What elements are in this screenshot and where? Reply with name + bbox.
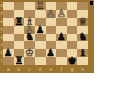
rank-label-5: 5 [0, 26, 3, 34]
piece-wP-f7[interactable]: ♙ [57, 10, 66, 18]
rank-label-4: 4 [0, 34, 3, 42]
piece-bP-f4[interactable]: ♟ [57, 33, 66, 41]
rank-labels: 87654321 [0, 2, 3, 65]
file-label-e: e [46, 65, 57, 73]
square-f2[interactable] [56, 49, 67, 57]
file-label-b: b [14, 65, 25, 73]
square-d2[interactable] [35, 49, 46, 57]
square-h1[interactable] [77, 57, 88, 65]
square-e7[interactable]: ♙ [46, 10, 57, 18]
rank-label-6: 6 [0, 18, 3, 26]
square-a5[interactable] [3, 26, 14, 34]
square-c4[interactable]: ♞ [24, 34, 35, 42]
square-a1[interactable] [3, 57, 14, 65]
piece-wQ-h6[interactable]: ♕ [78, 18, 87, 26]
square-d7[interactable] [35, 10, 46, 18]
board-grid: ♖♙♙♜♗♕♙♟♞♟♞♟♔♟♝♜♚ [3, 2, 88, 65]
square-a7[interactable] [3, 10, 14, 18]
piece-bN-c4[interactable]: ♞ [25, 33, 34, 41]
square-e2[interactable]: ♟ [46, 49, 57, 57]
piece-bR-b1[interactable]: ♜ [14, 57, 23, 65]
square-b1[interactable]: ♜ [14, 57, 25, 65]
square-f3[interactable] [56, 41, 67, 49]
square-a4[interactable] [3, 34, 14, 42]
file-label-h: h [77, 65, 88, 73]
piece-bB-h2[interactable]: ♝ [78, 49, 87, 57]
file-labels: abcdefgh [3, 65, 88, 73]
square-h8[interactable] [77, 2, 88, 10]
square-a8[interactable] [3, 2, 14, 10]
square-e4[interactable] [46, 34, 57, 42]
square-d3[interactable] [35, 41, 46, 49]
piece-bP-d5[interactable]: ♟ [36, 26, 45, 34]
square-h6[interactable]: ♕ [77, 18, 88, 26]
square-d8[interactable]: ♖ [35, 2, 46, 10]
square-h2[interactable]: ♝ [77, 49, 88, 57]
file-label-c: c [24, 65, 35, 73]
square-e1[interactable] [46, 57, 57, 65]
square-b3[interactable] [14, 41, 25, 49]
black-to-move-indicator [90, 1, 93, 5]
rank-label-7: 7 [0, 10, 3, 18]
square-f4[interactable]: ♟ [56, 34, 67, 42]
rank-label-1: 1 [0, 57, 3, 65]
chess-board: ♖♙♙♜♗♕♙♟♞♟♞♟♔♟♝♜♚ abcdefgh 87654321 [0, 0, 94, 73]
piece-wK-c2[interactable]: ♔ [25, 49, 34, 57]
square-h4[interactable]: ♞ [77, 34, 88, 42]
square-g7[interactable] [67, 10, 78, 18]
square-a6[interactable] [3, 18, 14, 26]
piece-bP-e2[interactable]: ♟ [46, 49, 55, 57]
square-d1[interactable] [35, 57, 46, 65]
file-label-a: a [3, 65, 14, 73]
piece-bK-g1[interactable]: ♚ [68, 57, 77, 65]
square-b8[interactable] [14, 2, 25, 10]
file-label-f: f [56, 65, 67, 73]
page: ♖♙♙♜♗♕♙♟♞♟♞♟♔♟♝♜♚ abcdefgh 87654321 [0, 0, 125, 93]
piece-bR-b6[interactable]: ♜ [14, 18, 23, 26]
square-c8[interactable] [24, 2, 35, 10]
rank-label-8: 8 [0, 2, 3, 10]
square-f7[interactable]: ♙ [56, 10, 67, 18]
square-g5[interactable] [67, 26, 78, 34]
piece-wP-e7[interactable]: ♙ [46, 10, 55, 18]
square-g6[interactable] [67, 18, 78, 26]
square-g4[interactable] [67, 34, 78, 42]
square-b4[interactable] [14, 34, 25, 42]
rank-label-3: 3 [0, 41, 3, 49]
rank-label-2: 2 [0, 49, 3, 57]
square-g3[interactable] [67, 41, 78, 49]
piece-bN-h4[interactable]: ♞ [78, 33, 87, 41]
square-g1[interactable]: ♚ [67, 57, 78, 65]
piece-wR-d8[interactable]: ♖ [36, 2, 45, 10]
square-g8[interactable] [67, 2, 78, 10]
square-c1[interactable] [24, 57, 35, 65]
square-e5[interactable] [46, 26, 57, 34]
square-f1[interactable] [56, 57, 67, 65]
piece-bP-a2[interactable]: ♟ [4, 49, 13, 57]
square-d5[interactable]: ♟ [35, 26, 46, 34]
file-label-d: d [35, 65, 46, 73]
square-c2[interactable]: ♔ [24, 49, 35, 57]
square-a2[interactable]: ♟ [3, 49, 14, 57]
square-b6[interactable]: ♜ [14, 18, 25, 26]
file-label-g: g [67, 65, 78, 73]
